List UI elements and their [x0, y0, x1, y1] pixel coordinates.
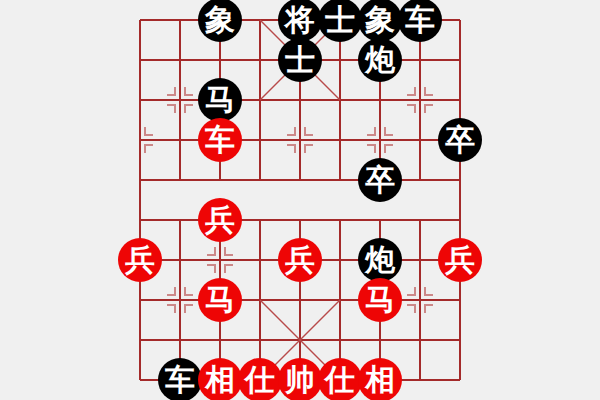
piece-black-elephant[interactable]: 象 — [198, 0, 242, 42]
piece-black-chariot[interactable]: 车 — [158, 358, 202, 400]
piece-black-soldier[interactable]: 卒 — [358, 158, 402, 202]
piece-red-soldier[interactable]: 兵 — [438, 238, 482, 282]
piece-red-chariot[interactable]: 车 — [198, 118, 242, 162]
xiangqi-board[interactable]: 象将士象车士炮马车卒卒兵兵兵炮兵马马车相仕帅仕相 — [120, 0, 480, 400]
piece-red-soldier[interactable]: 兵 — [198, 198, 242, 242]
piece-black-elephant[interactable]: 象 — [358, 0, 402, 42]
piece-red-general[interactable]: 帅 — [278, 358, 322, 400]
piece-black-cannon[interactable]: 炮 — [358, 238, 402, 282]
piece-red-soldier[interactable]: 兵 — [118, 238, 162, 282]
piece-red-soldier[interactable]: 兵 — [278, 238, 322, 282]
piece-black-advisor[interactable]: 士 — [278, 38, 322, 82]
piece-black-general[interactable]: 将 — [278, 0, 322, 42]
piece-red-elephant[interactable]: 相 — [198, 358, 242, 400]
piece-red-horse[interactable]: 马 — [198, 278, 242, 322]
piece-red-advisor[interactable]: 仕 — [238, 358, 282, 400]
xiangqi-board-screen: 象将士象车士炮马车卒卒兵兵兵炮兵马马车相仕帅仕相 — [0, 0, 600, 400]
piece-red-advisor[interactable]: 仕 — [318, 358, 362, 400]
piece-black-advisor[interactable]: 士 — [318, 0, 362, 42]
piece-black-chariot[interactable]: 车 — [398, 0, 442, 42]
piece-red-horse[interactable]: 马 — [358, 278, 402, 322]
piece-black-soldier[interactable]: 卒 — [438, 118, 482, 162]
piece-black-cannon[interactable]: 炮 — [358, 38, 402, 82]
piece-red-elephant[interactable]: 相 — [358, 358, 402, 400]
piece-black-horse[interactable]: 马 — [198, 78, 242, 122]
